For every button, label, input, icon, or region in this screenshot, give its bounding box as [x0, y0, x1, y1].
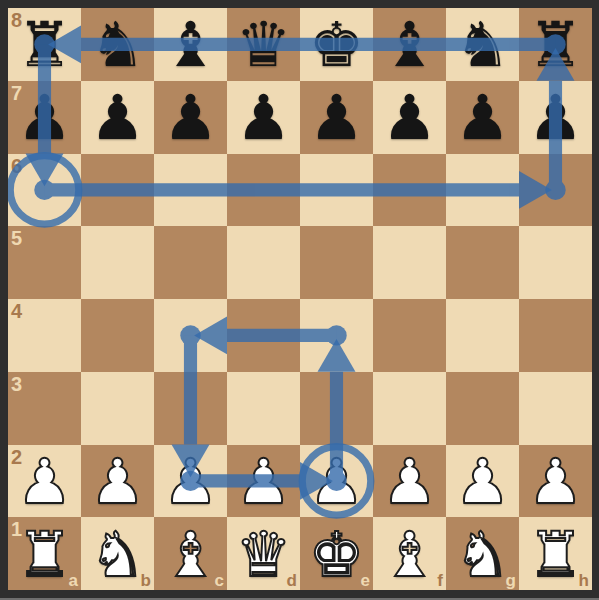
square-g2[interactable]: ♟: [446, 445, 519, 518]
square-b6[interactable]: [81, 154, 154, 227]
square-g5[interactable]: [446, 226, 519, 299]
square-d8[interactable]: ♛: [227, 8, 300, 81]
square-e7[interactable]: ♟: [300, 81, 373, 154]
square-g4[interactable]: [446, 299, 519, 372]
piece-white-queen[interactable]: ♛: [236, 524, 292, 586]
piece-black-pawn[interactable]: ♟: [382, 87, 438, 149]
square-a1[interactable]: 1a♜: [8, 517, 81, 590]
square-b3[interactable]: [81, 372, 154, 445]
square-g7[interactable]: ♟: [446, 81, 519, 154]
square-a2[interactable]: 2♟: [8, 445, 81, 518]
piece-white-pawn[interactable]: ♟: [236, 451, 292, 513]
square-h5[interactable]: [519, 226, 592, 299]
square-c5[interactable]: [154, 226, 227, 299]
square-g8[interactable]: ♞: [446, 8, 519, 81]
square-d7[interactable]: ♟: [227, 81, 300, 154]
rank-label-5: 5: [11, 227, 22, 250]
square-b7[interactable]: ♟: [81, 81, 154, 154]
square-a3[interactable]: 3: [8, 372, 81, 445]
piece-white-rook[interactable]: ♜: [528, 524, 584, 586]
square-b5[interactable]: [81, 226, 154, 299]
square-g3[interactable]: [446, 372, 519, 445]
square-d6[interactable]: [227, 154, 300, 227]
square-f5[interactable]: [373, 226, 446, 299]
square-d4[interactable]: [227, 299, 300, 372]
piece-black-pawn[interactable]: ♟: [528, 87, 584, 149]
piece-white-knight[interactable]: ♞: [90, 524, 146, 586]
piece-white-king[interactable]: ♚: [309, 524, 365, 586]
piece-black-rook[interactable]: ♜: [528, 14, 584, 76]
square-e8[interactable]: ♚: [300, 8, 373, 81]
square-a4[interactable]: 4: [8, 299, 81, 372]
piece-black-pawn[interactable]: ♟: [90, 87, 146, 149]
piece-black-pawn[interactable]: ♟: [163, 87, 219, 149]
square-a8[interactable]: 8♜: [8, 8, 81, 81]
square-f6[interactable]: [373, 154, 446, 227]
square-a5[interactable]: 5: [8, 226, 81, 299]
piece-black-pawn[interactable]: ♟: [236, 87, 292, 149]
piece-black-knight[interactable]: ♞: [90, 14, 146, 76]
square-h6[interactable]: [519, 154, 592, 227]
square-h1[interactable]: h♜: [519, 517, 592, 590]
piece-white-rook[interactable]: ♜: [17, 524, 73, 586]
piece-black-king[interactable]: ♚: [309, 14, 365, 76]
square-g1[interactable]: g♞: [446, 517, 519, 590]
square-e3[interactable]: [300, 372, 373, 445]
piece-black-pawn[interactable]: ♟: [309, 87, 365, 149]
piece-white-pawn[interactable]: ♟: [528, 451, 584, 513]
piece-white-bishop[interactable]: ♝: [382, 524, 438, 586]
square-e4[interactable]: [300, 299, 373, 372]
square-f1[interactable]: f♝: [373, 517, 446, 590]
piece-white-pawn[interactable]: ♟: [17, 451, 73, 513]
square-e1[interactable]: e♚: [300, 517, 373, 590]
square-a6[interactable]: 6: [8, 154, 81, 227]
square-c3[interactable]: [154, 372, 227, 445]
square-f7[interactable]: ♟: [373, 81, 446, 154]
square-g6[interactable]: [446, 154, 519, 227]
piece-black-queen[interactable]: ♛: [236, 14, 292, 76]
piece-black-bishop[interactable]: ♝: [382, 14, 438, 76]
square-b1[interactable]: b♞: [81, 517, 154, 590]
square-b2[interactable]: ♟: [81, 445, 154, 518]
square-c4[interactable]: [154, 299, 227, 372]
square-c7[interactable]: ♟: [154, 81, 227, 154]
square-b8[interactable]: ♞: [81, 8, 154, 81]
file-label-f: f: [437, 571, 443, 591]
square-d3[interactable]: [227, 372, 300, 445]
piece-white-pawn[interactable]: ♟: [455, 451, 511, 513]
square-h2[interactable]: ♟: [519, 445, 592, 518]
square-h7[interactable]: ♟: [519, 81, 592, 154]
square-f4[interactable]: [373, 299, 446, 372]
square-f8[interactable]: ♝: [373, 8, 446, 81]
piece-white-pawn[interactable]: ♟: [163, 451, 219, 513]
piece-white-pawn[interactable]: ♟: [90, 451, 146, 513]
square-b4[interactable]: [81, 299, 154, 372]
piece-black-bishop[interactable]: ♝: [163, 14, 219, 76]
square-d2[interactable]: ♟: [227, 445, 300, 518]
square-e2[interactable]: ♟: [300, 445, 373, 518]
square-e5[interactable]: [300, 226, 373, 299]
rank-label-4: 4: [11, 300, 22, 323]
piece-black-pawn[interactable]: ♟: [455, 87, 511, 149]
piece-black-pawn[interactable]: ♟: [17, 87, 73, 149]
square-h4[interactable]: [519, 299, 592, 372]
square-h8[interactable]: ♜: [519, 8, 592, 81]
square-c6[interactable]: [154, 154, 227, 227]
square-c8[interactable]: ♝: [154, 8, 227, 81]
piece-white-bishop[interactable]: ♝: [163, 524, 219, 586]
piece-black-rook[interactable]: ♜: [17, 14, 73, 76]
piece-white-pawn[interactable]: ♟: [309, 451, 365, 513]
rank-label-6: 6: [11, 155, 22, 178]
square-f2[interactable]: ♟: [373, 445, 446, 518]
square-f3[interactable]: [373, 372, 446, 445]
piece-black-knight[interactable]: ♞: [455, 14, 511, 76]
board-grid[interactable]: 8♜♞♝♛♚♝♞♜7♟♟♟♟♟♟♟♟65432♟♟♟♟♟♟♟♟1a♜b♞c♝d♛…: [8, 8, 592, 590]
square-e6[interactable]: [300, 154, 373, 227]
square-a7[interactable]: 7♟: [8, 81, 81, 154]
piece-white-knight[interactable]: ♞: [455, 524, 511, 586]
square-c2[interactable]: ♟: [154, 445, 227, 518]
square-d1[interactable]: d♛: [227, 517, 300, 590]
square-c1[interactable]: c♝: [154, 517, 227, 590]
rank-label-3: 3: [11, 373, 22, 396]
piece-white-pawn[interactable]: ♟: [382, 451, 438, 513]
square-d5[interactable]: [227, 226, 300, 299]
square-h3[interactable]: [519, 372, 592, 445]
chess-board: 8♜♞♝♛♚♝♞♜7♟♟♟♟♟♟♟♟65432♟♟♟♟♟♟♟♟1a♜b♞c♝d♛…: [0, 0, 599, 600]
